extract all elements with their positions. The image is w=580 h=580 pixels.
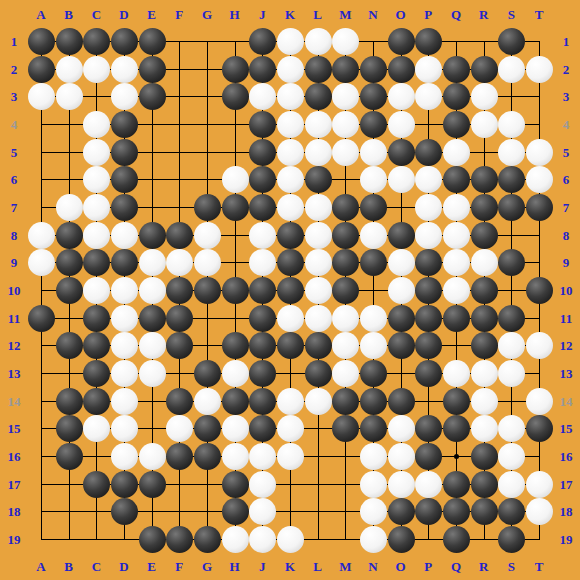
black-stone-Q19 <box>443 526 470 553</box>
black-stone-Q6 <box>443 166 470 193</box>
white-stone-T17 <box>526 471 553 498</box>
column-label-top: R <box>479 8 488 21</box>
black-stone-P18 <box>415 498 442 525</box>
black-stone-S11 <box>498 305 525 332</box>
black-stone-O8 <box>388 222 415 249</box>
row-label-right: 7 <box>563 200 570 213</box>
black-stone-F8 <box>166 222 193 249</box>
white-stone-S2 <box>498 56 525 83</box>
black-stone-J12 <box>249 332 276 359</box>
white-stone-O10 <box>388 277 415 304</box>
white-stone-D2 <box>111 56 138 83</box>
black-stone-B15 <box>56 415 83 442</box>
black-stone-S1 <box>498 28 525 55</box>
white-stone-S16 <box>498 443 525 470</box>
black-stone-L6 <box>305 166 332 193</box>
white-stone-K6 <box>277 166 304 193</box>
black-stone-E3 <box>139 83 166 110</box>
black-stone-F14 <box>166 388 193 415</box>
column-label-top: T <box>535 8 544 21</box>
black-stone-N4 <box>360 111 387 138</box>
black-stone-P1 <box>415 28 442 55</box>
black-stone-M14 <box>332 388 359 415</box>
white-stone-A3 <box>28 83 55 110</box>
column-label-top: D <box>119 8 128 21</box>
white-stone-M5 <box>332 139 359 166</box>
row-label-left: 17 <box>8 477 21 490</box>
white-stone-T2 <box>526 56 553 83</box>
white-stone-P6 <box>415 166 442 193</box>
black-stone-H12 <box>222 332 249 359</box>
black-stone-E1 <box>139 28 166 55</box>
white-stone-B2 <box>56 56 83 83</box>
row-label-left: 12 <box>8 339 21 352</box>
row-label-left: 10 <box>8 283 21 296</box>
black-stone-O1 <box>388 28 415 55</box>
black-stone-P13 <box>415 360 442 387</box>
column-label-bottom: O <box>396 560 406 573</box>
white-stone-O16 <box>388 443 415 470</box>
white-stone-J17 <box>249 471 276 498</box>
column-label-top: Q <box>451 8 461 21</box>
white-stone-L1 <box>305 28 332 55</box>
white-stone-L14 <box>305 388 332 415</box>
white-stone-H19 <box>222 526 249 553</box>
white-stone-D3 <box>111 83 138 110</box>
black-stone-R18 <box>471 498 498 525</box>
black-stone-K12 <box>277 332 304 359</box>
column-label-top: E <box>147 8 156 21</box>
black-stone-C13 <box>83 360 110 387</box>
white-stone-N18 <box>360 498 387 525</box>
white-stone-A8 <box>28 222 55 249</box>
black-stone-S7 <box>498 194 525 221</box>
black-stone-M8 <box>332 222 359 249</box>
black-stone-L13 <box>305 360 332 387</box>
white-stone-C4 <box>83 111 110 138</box>
white-stone-S13 <box>498 360 525 387</box>
white-stone-M1 <box>332 28 359 55</box>
white-stone-C10 <box>83 277 110 304</box>
black-stone-E8 <box>139 222 166 249</box>
black-stone-Q2 <box>443 56 470 83</box>
black-stone-R6 <box>471 166 498 193</box>
row-label-left: 18 <box>8 505 21 518</box>
white-stone-L11 <box>305 305 332 332</box>
black-stone-N14 <box>360 388 387 415</box>
black-stone-N3 <box>360 83 387 110</box>
column-label-top: S <box>508 8 515 21</box>
black-stone-D1 <box>111 28 138 55</box>
column-label-bottom: K <box>285 560 295 573</box>
white-stone-H15 <box>222 415 249 442</box>
row-label-right: 3 <box>563 90 570 103</box>
black-stone-T15 <box>526 415 553 442</box>
white-stone-D13 <box>111 360 138 387</box>
black-stone-R12 <box>471 332 498 359</box>
black-stone-C14 <box>83 388 110 415</box>
black-stone-J13 <box>249 360 276 387</box>
black-stone-P16 <box>415 443 442 470</box>
black-stone-C1 <box>83 28 110 55</box>
white-stone-K5 <box>277 139 304 166</box>
column-label-top: H <box>230 8 240 21</box>
white-stone-M4 <box>332 111 359 138</box>
white-stone-E16 <box>139 443 166 470</box>
black-stone-E17 <box>139 471 166 498</box>
black-stone-J15 <box>249 415 276 442</box>
white-stone-M3 <box>332 83 359 110</box>
black-stone-K9 <box>277 249 304 276</box>
black-stone-C12 <box>83 332 110 359</box>
row-label-left: 16 <box>8 449 21 462</box>
star-point <box>454 454 459 459</box>
column-label-bottom: S <box>508 560 515 573</box>
white-stone-T12 <box>526 332 553 359</box>
column-label-top: G <box>202 8 212 21</box>
black-stone-G15 <box>194 415 221 442</box>
black-stone-J5 <box>249 139 276 166</box>
white-stone-N12 <box>360 332 387 359</box>
black-stone-C9 <box>83 249 110 276</box>
black-stone-N2 <box>360 56 387 83</box>
white-stone-S12 <box>498 332 525 359</box>
black-stone-J7 <box>249 194 276 221</box>
white-stone-J16 <box>249 443 276 470</box>
black-stone-A1 <box>28 28 55 55</box>
black-stone-L2 <box>305 56 332 83</box>
white-stone-L4 <box>305 111 332 138</box>
black-stone-G13 <box>194 360 221 387</box>
black-stone-O2 <box>388 56 415 83</box>
white-stone-E9 <box>139 249 166 276</box>
white-stone-G8 <box>194 222 221 249</box>
black-stone-T7 <box>526 194 553 221</box>
column-label-top: P <box>424 8 432 21</box>
white-stone-J19 <box>249 526 276 553</box>
white-stone-D16 <box>111 443 138 470</box>
row-label-left: 1 <box>11 35 18 48</box>
column-label-bottom: P <box>424 560 432 573</box>
black-stone-M7 <box>332 194 359 221</box>
black-stone-E11 <box>139 305 166 332</box>
black-stone-D4 <box>111 111 138 138</box>
row-label-left: 6 <box>11 173 18 186</box>
white-stone-S15 <box>498 415 525 442</box>
white-stone-N17 <box>360 471 387 498</box>
black-stone-B1 <box>56 28 83 55</box>
column-label-bottom: G <box>202 560 212 573</box>
row-label-right: 8 <box>563 228 570 241</box>
white-stone-T18 <box>526 498 553 525</box>
black-stone-B16 <box>56 443 83 470</box>
black-stone-N7 <box>360 194 387 221</box>
white-stone-J9 <box>249 249 276 276</box>
white-stone-R3 <box>471 83 498 110</box>
black-stone-J14 <box>249 388 276 415</box>
white-stone-K11 <box>277 305 304 332</box>
column-label-top: B <box>64 8 73 21</box>
column-label-top: O <box>396 8 406 21</box>
column-label-top: K <box>285 8 295 21</box>
black-stone-O5 <box>388 139 415 166</box>
white-stone-N8 <box>360 222 387 249</box>
white-stone-P8 <box>415 222 442 249</box>
black-stone-B8 <box>56 222 83 249</box>
white-stone-O4 <box>388 111 415 138</box>
white-stone-N6 <box>360 166 387 193</box>
black-stone-C17 <box>83 471 110 498</box>
black-stone-R10 <box>471 277 498 304</box>
black-stone-T10 <box>526 277 553 304</box>
white-stone-J3 <box>249 83 276 110</box>
black-stone-D5 <box>111 139 138 166</box>
white-stone-P2 <box>415 56 442 83</box>
white-stone-N16 <box>360 443 387 470</box>
black-stone-N9 <box>360 249 387 276</box>
white-stone-O15 <box>388 415 415 442</box>
black-stone-F16 <box>166 443 193 470</box>
column-label-bottom: T <box>535 560 544 573</box>
white-stone-C2 <box>83 56 110 83</box>
white-stone-L5 <box>305 139 332 166</box>
column-label-bottom: C <box>92 560 101 573</box>
black-stone-R2 <box>471 56 498 83</box>
black-stone-L12 <box>305 332 332 359</box>
black-stone-O18 <box>388 498 415 525</box>
black-stone-G19 <box>194 526 221 553</box>
white-stone-Q13 <box>443 360 470 387</box>
black-stone-G7 <box>194 194 221 221</box>
white-stone-D8 <box>111 222 138 249</box>
black-stone-M15 <box>332 415 359 442</box>
white-stone-M13 <box>332 360 359 387</box>
white-stone-R4 <box>471 111 498 138</box>
white-stone-H6 <box>222 166 249 193</box>
black-stone-E2 <box>139 56 166 83</box>
column-label-top: N <box>368 8 377 21</box>
column-label-bottom: R <box>479 560 488 573</box>
black-stone-J11 <box>249 305 276 332</box>
column-label-bottom: A <box>36 560 45 573</box>
row-label-left: 19 <box>8 532 21 545</box>
column-label-top: L <box>313 8 322 21</box>
white-stone-D12 <box>111 332 138 359</box>
white-stone-K2 <box>277 56 304 83</box>
white-stone-E12 <box>139 332 166 359</box>
column-label-bottom: L <box>313 560 322 573</box>
black-stone-D18 <box>111 498 138 525</box>
white-stone-B3 <box>56 83 83 110</box>
black-stone-A2 <box>28 56 55 83</box>
white-stone-H16 <box>222 443 249 470</box>
white-stone-R13 <box>471 360 498 387</box>
black-stone-O14 <box>388 388 415 415</box>
white-stone-D11 <box>111 305 138 332</box>
white-stone-F15 <box>166 415 193 442</box>
white-stone-D10 <box>111 277 138 304</box>
black-stone-Q11 <box>443 305 470 332</box>
black-stone-S19 <box>498 526 525 553</box>
row-label-right: 19 <box>560 532 573 545</box>
row-label-right: 17 <box>560 477 573 490</box>
white-stone-L9 <box>305 249 332 276</box>
white-stone-P17 <box>415 471 442 498</box>
column-label-top: M <box>339 8 351 21</box>
black-stone-P10 <box>415 277 442 304</box>
column-label-bottom: N <box>368 560 377 573</box>
black-stone-J1 <box>249 28 276 55</box>
row-label-left: 8 <box>11 228 18 241</box>
black-stone-D6 <box>111 166 138 193</box>
black-stone-E19 <box>139 526 166 553</box>
black-stone-F12 <box>166 332 193 359</box>
white-stone-O3 <box>388 83 415 110</box>
white-stone-Q7 <box>443 194 470 221</box>
white-stone-K14 <box>277 388 304 415</box>
white-stone-G14 <box>194 388 221 415</box>
white-stone-R14 <box>471 388 498 415</box>
black-stone-R17 <box>471 471 498 498</box>
black-stone-N15 <box>360 415 387 442</box>
row-label-left: 5 <box>11 145 18 158</box>
white-stone-T6 <box>526 166 553 193</box>
go-board[interactable]: AABBCCDDEEFFGGHHJJKKLLMMNNOOPPQQRRSSTT11… <box>0 0 580 580</box>
row-label-left: 7 <box>11 200 18 213</box>
row-label-left: 2 <box>11 62 18 75</box>
white-stone-K3 <box>277 83 304 110</box>
white-stone-T5 <box>526 139 553 166</box>
column-label-bottom: B <box>64 560 73 573</box>
black-stone-L3 <box>305 83 332 110</box>
white-stone-S5 <box>498 139 525 166</box>
row-label-right: 16 <box>560 449 573 462</box>
white-stone-E10 <box>139 277 166 304</box>
row-label-right: 4 <box>563 117 570 130</box>
black-stone-C11 <box>83 305 110 332</box>
black-stone-H17 <box>222 471 249 498</box>
black-stone-P5 <box>415 139 442 166</box>
white-stone-Q10 <box>443 277 470 304</box>
white-stone-E13 <box>139 360 166 387</box>
white-stone-G9 <box>194 249 221 276</box>
white-stone-O6 <box>388 166 415 193</box>
row-label-right: 1 <box>563 35 570 48</box>
row-label-right: 15 <box>560 422 573 435</box>
black-stone-G10 <box>194 277 221 304</box>
column-label-bottom: M <box>339 560 351 573</box>
white-stone-L8 <box>305 222 332 249</box>
white-stone-K7 <box>277 194 304 221</box>
column-label-bottom: Q <box>451 560 461 573</box>
black-stone-Q3 <box>443 83 470 110</box>
row-label-left: 15 <box>8 422 21 435</box>
black-stone-G16 <box>194 443 221 470</box>
row-label-right: 13 <box>560 366 573 379</box>
white-stone-L7 <box>305 194 332 221</box>
row-label-right: 5 <box>563 145 570 158</box>
black-stone-Q15 <box>443 415 470 442</box>
white-stone-F9 <box>166 249 193 276</box>
white-stone-C5 <box>83 139 110 166</box>
black-stone-F11 <box>166 305 193 332</box>
black-stone-S9 <box>498 249 525 276</box>
white-stone-R9 <box>471 249 498 276</box>
column-label-top: F <box>175 8 183 21</box>
black-stone-P11 <box>415 305 442 332</box>
black-stone-O11 <box>388 305 415 332</box>
white-stone-J8 <box>249 222 276 249</box>
column-label-top: A <box>36 8 45 21</box>
row-label-left: 14 <box>8 394 21 407</box>
column-label-top: C <box>92 8 101 21</box>
white-stone-M11 <box>332 305 359 332</box>
row-label-right: 2 <box>563 62 570 75</box>
black-stone-H14 <box>222 388 249 415</box>
white-stone-J18 <box>249 498 276 525</box>
black-stone-D9 <box>111 249 138 276</box>
row-label-left: 3 <box>11 90 18 103</box>
white-stone-T14 <box>526 388 553 415</box>
black-stone-Q4 <box>443 111 470 138</box>
column-label-bottom: D <box>119 560 128 573</box>
white-stone-L10 <box>305 277 332 304</box>
white-stone-N19 <box>360 526 387 553</box>
white-stone-K19 <box>277 526 304 553</box>
row-label-right: 18 <box>560 505 573 518</box>
black-stone-P12 <box>415 332 442 359</box>
white-stone-M12 <box>332 332 359 359</box>
column-label-bottom: H <box>230 560 240 573</box>
row-label-left: 11 <box>8 311 20 324</box>
black-stone-H3 <box>222 83 249 110</box>
white-stone-Q5 <box>443 139 470 166</box>
black-stone-B10 <box>56 277 83 304</box>
black-stone-A11 <box>28 305 55 332</box>
white-stone-C8 <box>83 222 110 249</box>
white-stone-K4 <box>277 111 304 138</box>
white-stone-C15 <box>83 415 110 442</box>
black-stone-O19 <box>388 526 415 553</box>
black-stone-B9 <box>56 249 83 276</box>
black-stone-S6 <box>498 166 525 193</box>
black-stone-D7 <box>111 194 138 221</box>
white-stone-K1 <box>277 28 304 55</box>
black-stone-S18 <box>498 498 525 525</box>
white-stone-K15 <box>277 415 304 442</box>
column-label-bottom: E <box>147 560 156 573</box>
white-stone-N5 <box>360 139 387 166</box>
row-label-left: 13 <box>8 366 21 379</box>
black-stone-B12 <box>56 332 83 359</box>
white-stone-P3 <box>415 83 442 110</box>
row-label-right: 10 <box>560 283 573 296</box>
white-stone-O17 <box>388 471 415 498</box>
column-label-bottom: J <box>259 560 266 573</box>
black-stone-Q17 <box>443 471 470 498</box>
white-stone-O9 <box>388 249 415 276</box>
black-stone-K10 <box>277 277 304 304</box>
white-stone-A9 <box>28 249 55 276</box>
white-stone-C7 <box>83 194 110 221</box>
white-stone-S4 <box>498 111 525 138</box>
black-stone-Q14 <box>443 388 470 415</box>
white-stone-K16 <box>277 443 304 470</box>
white-stone-S17 <box>498 471 525 498</box>
black-stone-J6 <box>249 166 276 193</box>
white-stone-Q9 <box>443 249 470 276</box>
column-label-top: J <box>259 8 266 21</box>
